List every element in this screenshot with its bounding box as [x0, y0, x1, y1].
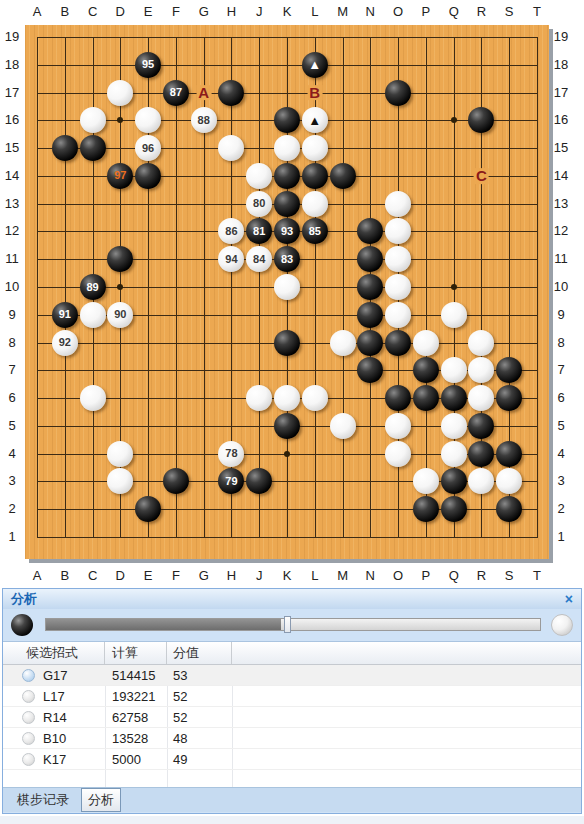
header-score: 分值 [167, 642, 232, 664]
stone-white-P8 [413, 330, 439, 356]
coord-label: 16 [1, 112, 23, 128]
stone-black-P2 [413, 496, 439, 522]
stone-white-H15 [218, 135, 244, 161]
stone-black-E2 [135, 496, 161, 522]
close-icon[interactable]: × [565, 592, 573, 606]
coord-label: 9 [1, 307, 23, 323]
stone-white-L6 [302, 385, 328, 411]
triangle-marker-icon: ▲ [308, 58, 321, 71]
stone-black-L12: 85 [302, 218, 328, 244]
coord-label: O [387, 568, 409, 584]
coord-label: 4 [550, 446, 572, 462]
stone-black-H17 [218, 80, 244, 106]
candidate-stone-icon [22, 711, 35, 724]
coord-label: J [248, 4, 270, 20]
stone-white-O13 [385, 191, 411, 217]
stone-white-E15: 96 [135, 135, 161, 161]
coord-label: 7 [550, 362, 572, 378]
move-number: 94 [225, 254, 237, 265]
go-board-area: 95▲8788▲96978086819385948483899190927879… [0, 0, 584, 586]
candidate-score: 52 [167, 686, 232, 706]
coord-label: E [137, 4, 159, 20]
stone-white-R6 [468, 385, 494, 411]
coord-label: T [526, 568, 548, 584]
coord-label: C [82, 568, 104, 584]
candidate-stone-icon [22, 690, 35, 703]
coord-label: 6 [1, 390, 23, 406]
coord-label: K [276, 4, 298, 20]
stone-black-P6 [413, 385, 439, 411]
candidate-move-row[interactable]: R146275852 [3, 707, 581, 728]
stone-white-J11: 84 [246, 246, 272, 272]
grid-line-horizontal [37, 537, 538, 538]
move-number: 95 [142, 59, 154, 70]
move-number: 80 [253, 198, 265, 209]
black-stone-icon [11, 614, 33, 636]
stone-black-K5 [274, 413, 300, 439]
stone-black-H3: 79 [218, 468, 244, 494]
coord-label: N [359, 4, 381, 20]
coord-label: 12 [1, 223, 23, 239]
candidate-move: B10 [43, 731, 66, 746]
stone-white-C9 [80, 302, 106, 328]
stone-black-N11 [357, 246, 383, 272]
stone-white-D9: 90 [107, 302, 133, 328]
grid-line-vertical [426, 37, 427, 538]
winrate-slider-handle[interactable] [284, 616, 291, 633]
stone-white-R8 [468, 330, 494, 356]
stone-white-O9 [385, 302, 411, 328]
board-letter-B: B [307, 85, 322, 101]
candidate-move: K17 [43, 752, 66, 767]
stone-white-D17 [107, 80, 133, 106]
coord-label: A [26, 4, 48, 20]
stone-black-B9: 91 [52, 302, 78, 328]
stone-white-P3 [413, 468, 439, 494]
winrate-black-fill [46, 619, 281, 630]
window-bottom-strip [0, 816, 584, 824]
candidate-move: R14 [43, 710, 67, 725]
stone-black-R16 [468, 107, 494, 133]
stone-white-J13: 80 [246, 191, 272, 217]
coord-label: B [54, 4, 76, 20]
coord-label: 10 [550, 279, 572, 295]
move-number: 81 [253, 226, 265, 237]
coord-label: 2 [550, 501, 572, 517]
stone-black-K13 [274, 191, 300, 217]
coord-label: R [470, 568, 492, 584]
stone-black-F17: 87 [163, 80, 189, 106]
coord-label: 11 [550, 251, 572, 267]
coord-label: 3 [550, 473, 572, 489]
coord-label: 2 [1, 501, 23, 517]
coord-label: P [415, 568, 437, 584]
stone-black-O17 [385, 80, 411, 106]
candidate-move-row[interactable]: L1719322152 [3, 686, 581, 707]
stone-black-J12: 81 [246, 218, 272, 244]
coord-label: M [332, 568, 354, 584]
coord-label: K [276, 568, 298, 584]
analysis-panel: 分析 × 候选招式 计算 分值 G1751441553L1719322152R1… [2, 588, 582, 814]
coord-label: 15 [1, 140, 23, 156]
coord-label: 1 [1, 529, 23, 545]
coord-label: 12 [550, 223, 572, 239]
stone-white-K10 [274, 274, 300, 300]
candidate-move-row[interactable]: B101352848 [3, 728, 581, 749]
stone-black-E18: 95 [135, 52, 161, 78]
stone-white-O4 [385, 441, 411, 467]
move-number: 91 [59, 309, 71, 320]
coord-label: T [526, 4, 548, 20]
stone-black-N10 [357, 274, 383, 300]
grid-line-vertical [537, 37, 538, 538]
coord-label: A [26, 568, 48, 584]
stone-black-S2 [496, 496, 522, 522]
panel-title: 分析 [11, 590, 37, 608]
white-stone-icon [551, 614, 573, 636]
stone-black-S4 [496, 441, 522, 467]
stone-black-N8 [357, 330, 383, 356]
stone-white-J14 [246, 163, 272, 189]
stone-white-J6 [246, 385, 272, 411]
stone-white-O11 [385, 246, 411, 272]
move-number: 96 [142, 143, 154, 154]
stone-black-C15 [80, 135, 106, 161]
coord-label: L [304, 568, 326, 584]
stone-white-Q9 [441, 302, 467, 328]
coord-label: 5 [550, 418, 572, 434]
stone-black-C10: 89 [80, 274, 106, 300]
stone-white-L13 [302, 191, 328, 217]
coord-label: 8 [1, 335, 23, 351]
candidate-move: L17 [43, 689, 65, 704]
candidate-score: 52 [167, 707, 232, 727]
move-number: 93 [281, 226, 293, 237]
candidate-move-row[interactable]: K17500049 [3, 749, 581, 770]
go-analysis-window: { "game": "go", "board_size": 19, "posit… [0, 0, 584, 824]
coord-label: R [470, 4, 492, 20]
stone-white-G16: 88 [191, 107, 217, 133]
stone-black-K16 [274, 107, 300, 133]
candidate-visits: 514415 [105, 665, 167, 685]
coord-label: 3 [1, 473, 23, 489]
stone-white-C6 [80, 385, 106, 411]
stone-black-O8 [385, 330, 411, 356]
coord-label: 7 [1, 362, 23, 378]
coord-label: P [415, 4, 437, 20]
coord-label: 13 [1, 196, 23, 212]
stone-black-N12 [357, 218, 383, 244]
coord-label: 14 [550, 168, 572, 184]
coord-label: E [137, 568, 159, 584]
coord-label: 13 [550, 196, 572, 212]
star-point [117, 117, 123, 123]
coord-label: 11 [1, 251, 23, 267]
coord-label: 6 [550, 390, 572, 406]
stone-black-Q3 [441, 468, 467, 494]
header-computation: 计算 [105, 642, 167, 664]
candidate-visits: 5000 [105, 749, 167, 769]
stone-white-R3 [468, 468, 494, 494]
stone-black-D14: 97 [107, 163, 133, 189]
coord-label: 18 [550, 57, 572, 73]
analysis-panel-titlebar: 分析 × [3, 589, 581, 609]
stone-white-L16: ▲ [302, 107, 328, 133]
move-number: 86 [225, 226, 237, 237]
stone-white-O10 [385, 274, 411, 300]
coord-label: 9 [550, 307, 572, 323]
candidate-visits: 62758 [105, 707, 167, 727]
coord-label: Q [443, 4, 465, 20]
candidate-move: G17 [43, 668, 68, 683]
coord-label: 18 [1, 57, 23, 73]
coord-label: 15 [550, 140, 572, 156]
coord-label: D [109, 4, 131, 20]
candidate-visits: 13528 [105, 728, 167, 748]
star-point [451, 284, 457, 290]
stone-black-R5 [468, 413, 494, 439]
coord-label: 17 [550, 85, 572, 101]
coord-label: N [359, 568, 381, 584]
candidate-stone-icon [22, 753, 35, 766]
stone-black-R4 [468, 441, 494, 467]
move-number: 89 [86, 282, 98, 293]
stone-white-Q7 [441, 357, 467, 383]
stone-black-F3 [163, 468, 189, 494]
coord-label: G [193, 568, 215, 584]
stone-black-K11: 83 [274, 246, 300, 272]
move-number: 92 [59, 337, 71, 348]
move-number: 83 [281, 254, 293, 265]
tab-analysis[interactable]: 分析 [81, 788, 121, 812]
coord-label: 4 [1, 446, 23, 462]
stone-white-D4 [107, 441, 133, 467]
stone-black-L14 [302, 163, 328, 189]
move-number: 79 [225, 476, 237, 487]
candidate-moves-table: 候选招式 计算 分值 G1751441553L1719322152R146275… [3, 641, 581, 787]
candidate-stone-icon [22, 669, 35, 682]
coord-label: H [220, 4, 242, 20]
stone-white-O5 [385, 413, 411, 439]
coord-label: 19 [550, 29, 572, 45]
stone-black-E14 [135, 163, 161, 189]
coord-label: Q [443, 568, 465, 584]
stone-white-K15 [274, 135, 300, 161]
stone-white-M8 [330, 330, 356, 356]
star-point [284, 451, 290, 457]
stone-black-M14 [330, 163, 356, 189]
winrate-bar [3, 609, 581, 641]
stone-black-K12: 93 [274, 218, 300, 244]
stone-black-P7 [413, 357, 439, 383]
table-body: G1751441553L1719322152R146275852B1013528… [3, 665, 581, 770]
coord-label: D [109, 568, 131, 584]
coord-label: F [165, 4, 187, 20]
stone-white-C16 [80, 107, 106, 133]
stone-black-O6 [385, 385, 411, 411]
stone-white-D3 [107, 468, 133, 494]
candidate-visits: 193221 [105, 686, 167, 706]
grid-line-vertical [343, 37, 344, 538]
goban[interactable]: 95▲8788▲96978086819385948483899190927879… [25, 25, 549, 559]
candidate-move-row[interactable]: G1751441553 [3, 665, 581, 686]
move-number: 97 [114, 170, 126, 181]
coord-label: 5 [1, 418, 23, 434]
header-empty [232, 642, 581, 664]
coord-label: 19 [1, 29, 23, 45]
coord-label: S [498, 4, 520, 20]
stone-white-B8: 92 [52, 330, 78, 356]
move-number: 84 [253, 254, 265, 265]
stone-white-H11: 94 [218, 246, 244, 272]
stone-black-D11 [107, 246, 133, 272]
coord-label: L [304, 4, 326, 20]
stone-black-L18: ▲ [302, 52, 328, 78]
coord-label: C [82, 4, 104, 20]
star-point [451, 117, 457, 123]
board-letter-A: A [196, 85, 211, 101]
stone-black-N7 [357, 357, 383, 383]
move-number: 88 [198, 115, 210, 126]
header-candidate-move: 候选招式 [3, 642, 105, 664]
tab-move-record[interactable]: 棋步记录 [11, 789, 75, 811]
coord-label: F [165, 568, 187, 584]
candidate-stone-icon [22, 732, 35, 745]
stone-white-H4: 78 [218, 441, 244, 467]
stone-black-Q2 [441, 496, 467, 522]
stone-black-K14 [274, 163, 300, 189]
star-point [117, 284, 123, 290]
candidate-score: 48 [167, 728, 232, 748]
move-number: 90 [114, 309, 126, 320]
coord-label: 16 [550, 112, 572, 128]
coord-label: O [387, 4, 409, 20]
stone-white-Q5 [441, 413, 467, 439]
candidate-score: 53 [167, 665, 232, 685]
stone-white-K6 [274, 385, 300, 411]
coord-label: 14 [1, 168, 23, 184]
table-header-row: 候选招式 计算 分值 [3, 642, 581, 665]
coord-label: J [248, 568, 270, 584]
board-letter-C: C [474, 168, 489, 184]
move-number: 87 [170, 87, 182, 98]
coord-label: B [54, 568, 76, 584]
coord-label: 8 [550, 335, 572, 351]
stone-white-R7 [468, 357, 494, 383]
winrate-track[interactable] [45, 618, 541, 631]
stone-black-N9 [357, 302, 383, 328]
stone-white-Q4 [441, 441, 467, 467]
move-number: 78 [225, 448, 237, 459]
move-number: 85 [309, 226, 321, 237]
coord-label: 1 [550, 529, 572, 545]
stone-white-E16 [135, 107, 161, 133]
coord-label: 10 [1, 279, 23, 295]
stone-white-H12: 86 [218, 218, 244, 244]
coord-label: 17 [1, 85, 23, 101]
stone-white-O12 [385, 218, 411, 244]
stone-black-B15 [52, 135, 78, 161]
stone-black-S6 [496, 385, 522, 411]
coord-label: H [220, 568, 242, 584]
stone-white-S3 [496, 468, 522, 494]
stone-black-J3 [246, 468, 272, 494]
coord-label: S [498, 568, 520, 584]
stone-white-L15 [302, 135, 328, 161]
stone-black-Q6 [441, 385, 467, 411]
stone-black-S7 [496, 357, 522, 383]
candidate-score: 49 [167, 749, 232, 769]
coord-label: M [332, 4, 354, 20]
stone-white-M5 [330, 413, 356, 439]
coord-label: G [193, 4, 215, 20]
triangle-marker-icon: ▲ [308, 114, 321, 127]
stone-black-K8 [274, 330, 300, 356]
panel-tab-bar: 棋步记录 分析 [3, 787, 581, 812]
